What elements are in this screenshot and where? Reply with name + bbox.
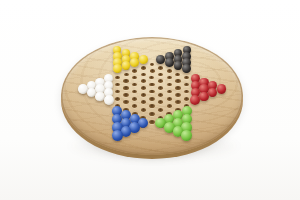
board-hole-r9c2[interactable] (150, 69, 155, 73)
board-hole-r8c5[interactable] (158, 86, 163, 90)
board-hole-r10c8[interactable] (141, 108, 147, 112)
board-hole-r7c3[interactable] (167, 69, 172, 73)
board-hole-r9c7[interactable] (149, 104, 155, 108)
board-hole-r9c5[interactable] (149, 90, 154, 94)
marble-yellow[interactable] (139, 55, 148, 64)
marble-yellow[interactable] (113, 64, 122, 73)
board-hole-r10c3[interactable] (141, 73, 146, 77)
board-hole-r6c7[interactable] (175, 93, 180, 97)
board-hole-r9c9[interactable] (149, 120, 155, 124)
board-hole-r7c8[interactable] (167, 104, 173, 108)
marble-yellow[interactable] (130, 58, 139, 67)
board-hole-r7c7[interactable] (167, 97, 173, 101)
board-hole-r9c6[interactable] (149, 97, 155, 101)
marble-blue[interactable] (112, 130, 123, 141)
board-hole-r6c5[interactable] (175, 79, 180, 83)
marble-red[interactable] (190, 95, 200, 105)
marble-red[interactable] (199, 92, 209, 102)
board-hole-r5c8[interactable] (184, 97, 190, 101)
board-hole-r9c4[interactable] (149, 83, 154, 87)
marble-red[interactable] (217, 84, 227, 94)
board-hole-r10c4[interactable] (141, 79, 146, 83)
board-hole-r12c5[interactable] (123, 79, 128, 83)
product-photo (0, 0, 300, 200)
board-hole-r10c2[interactable] (141, 66, 146, 70)
board-hole-r10c5[interactable] (141, 86, 146, 90)
board-hole-r13c8[interactable] (115, 97, 121, 101)
marble-black[interactable] (165, 58, 174, 67)
board-hole-r12c7[interactable] (123, 93, 128, 97)
marble-black[interactable] (156, 55, 165, 64)
marble-white[interactable] (104, 95, 114, 105)
board-hole-r10c6[interactable] (141, 93, 146, 97)
board-hole-r6c6[interactable] (175, 86, 180, 90)
board-hole-r12c6[interactable] (123, 86, 128, 90)
hole-grid (0, 0, 300, 200)
marble-green[interactable] (181, 130, 192, 141)
board-hole-r9c8[interactable] (149, 112, 155, 116)
board-hole-r12c4[interactable] (124, 73, 129, 77)
board-hole-r8c2[interactable] (158, 66, 163, 70)
board-hole-r11c7[interactable] (132, 97, 138, 101)
